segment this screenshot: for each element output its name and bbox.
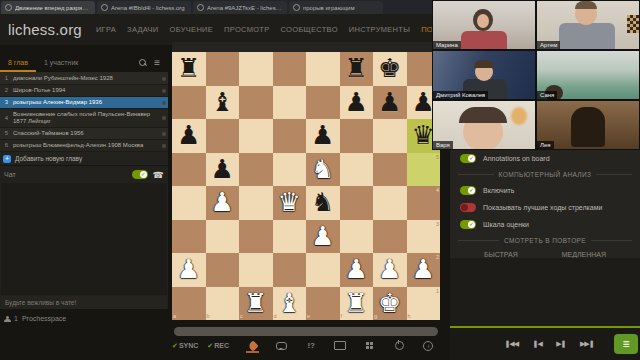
square-b1[interactable]: b: [206, 287, 240, 321]
square-b8[interactable]: [206, 52, 240, 86]
square-e8[interactable]: [306, 52, 340, 86]
square-d6[interactable]: [273, 119, 307, 153]
file-label: d: [274, 313, 277, 319]
square-h5[interactable]: 5: [407, 153, 441, 187]
white-king[interactable]: ♚: [373, 287, 407, 321]
chapter-status-icon: [160, 116, 168, 120]
chat-title: Чат: [4, 171, 127, 178]
square-b5[interactable]: ♟: [206, 153, 240, 187]
white-bishop[interactable]: ♝: [273, 287, 307, 321]
square-d8[interactable]: [273, 52, 307, 86]
participant-name: Марина: [433, 41, 461, 49]
nav-items: ИГРАЗАДАЧИОБУЧЕНИЕПРОСМОТРСООБЩЕСТВОИНСТ…: [96, 25, 421, 34]
video-tile-5[interactable]: Варя: [432, 100, 536, 150]
phone-icon[interactable]: ☎: [153, 170, 164, 180]
add-chapter-button[interactable]: + Добавить новую главу: [0, 152, 168, 165]
chat-toggle[interactable]: [132, 170, 148, 179]
white-pawn[interactable]: ♟: [172, 253, 206, 287]
comment-icon[interactable]: [267, 338, 296, 353]
white-queen[interactable]: ♛: [273, 186, 307, 220]
eval-gauge-toggle[interactable]: [460, 220, 476, 229]
square-d3[interactable]: [273, 220, 307, 254]
add-chapter-label: Добавить новую главу: [15, 155, 82, 162]
board-toolbar: ✔ SYNC ✔ REC !? i: [172, 338, 443, 353]
chapter-status-icon: [160, 89, 168, 93]
white-pawn[interactable]: ♟: [206, 186, 240, 220]
chapter-row-2[interactable]: 2Широв-Потье 1994: [0, 85, 168, 97]
black-pawn[interactable]: ♟: [340, 86, 374, 120]
square-h4[interactable]: 4: [407, 186, 441, 220]
analysis-move-list[interactable]: [450, 258, 640, 328]
square-f6[interactable]: [340, 119, 374, 153]
glyphs-icon[interactable]: !?: [297, 338, 326, 353]
board-grid-icon[interactable]: [355, 338, 384, 353]
square-d4[interactable]: ♛: [273, 186, 307, 220]
square-c2[interactable]: [239, 253, 273, 287]
share-icon[interactable]: [384, 338, 413, 353]
black-rook[interactable]: ♜: [340, 52, 374, 86]
square-f8[interactable]: ♜: [340, 52, 374, 86]
chapter-status-icon: [160, 132, 168, 136]
spectator-icon: [4, 316, 10, 322]
file-label: f: [341, 313, 343, 319]
chat-placeholder: Будьте вежливы в чате!: [1, 299, 76, 306]
square-c6[interactable]: [239, 119, 273, 153]
rank-label: 4: [436, 187, 439, 193]
chapter-status-icon: [160, 77, 168, 81]
chess-board: ♜♜♚8♝♟♟♟7♟♟♛6♟♞5♟♛♞4♟3♟♟♟♟2ab♜c♝de♜f♚gh1: [172, 52, 440, 320]
prev-move-button[interactable]: ❚◀: [533, 340, 542, 348]
spectator-count: 1: [14, 315, 18, 322]
move-list-bar[interactable]: [174, 327, 438, 336]
square-d7[interactable]: [273, 86, 307, 120]
chapter-row-6[interactable]: 6розыгрыш Блюменфельд-Алехин 1908 Москва: [0, 140, 168, 152]
square-g8[interactable]: ♚: [373, 52, 407, 86]
annotations-label: Annotations on board: [483, 155, 550, 162]
playback-buttons: ❚◀◀❚◀▶❚▶▶❚: [450, 340, 614, 348]
black-pawn[interactable]: ♟: [172, 119, 206, 153]
square-g1[interactable]: ♚g: [373, 287, 407, 321]
replay-fast-button[interactable]: БЫСТРАЯ: [484, 251, 518, 258]
square-g2[interactable]: ♟: [373, 253, 407, 287]
square-e7[interactable]: [306, 86, 340, 120]
video-tile-3[interactable]: Дмитрий Ковалев: [432, 50, 536, 100]
video-call-grid: МаринаАртемДмитрий КовалевСаняВаряЛея: [432, 0, 640, 150]
square-e5[interactable]: ♞: [306, 153, 340, 187]
chat-panel: Чат ☎ Будьте вежливы в чате!: [0, 166, 168, 309]
tab-chapters[interactable]: 8 глав: [0, 53, 36, 72]
chapter-list: 1диагонали Рубинштейн-Мизес 19282Широв-П…: [0, 73, 168, 152]
lichess-logo[interactable]: lichess.org: [8, 21, 82, 38]
square-b4[interactable]: ♟: [206, 186, 240, 220]
square-f5[interactable]: [340, 153, 374, 187]
square-a7[interactable]: [172, 86, 206, 120]
black-bishop[interactable]: ♝: [206, 86, 240, 120]
file-label: h: [408, 313, 411, 319]
browser-tab-3[interactable]: Arena #9AJZTsxE - lichess.org: [193, 1, 287, 14]
hamburger-menu-button[interactable]: ≡: [614, 334, 638, 354]
participant-name: Дмитрий Ковалев: [433, 91, 488, 99]
best-move-arrows-label: Показывать лучшие ходы стрелками: [483, 204, 602, 211]
square-a4[interactable]: [172, 186, 206, 220]
browser-tab-2[interactable]: Arena #IBbId4l - lichess.org: [97, 1, 191, 14]
square-d5[interactable]: [273, 153, 307, 187]
eval-gauge-label: Шкала оценки: [483, 221, 529, 228]
rank-label: 3: [436, 221, 439, 227]
chapter-status-icon: [160, 101, 168, 105]
square-f3[interactable]: [340, 220, 374, 254]
rank-label: 1: [436, 288, 439, 294]
black-pawn[interactable]: ♟: [306, 119, 340, 153]
square-a3[interactable]: [172, 220, 206, 254]
square-a1[interactable]: a: [172, 287, 206, 321]
video-tile-2[interactable]: Артем: [536, 0, 640, 50]
square-f7[interactable]: ♟: [340, 86, 374, 120]
rec-check-icon: ✔: [207, 342, 213, 350]
browser-tab-1[interactable]: Движение вперед разрядникам -...: [1, 1, 95, 14]
browser-tab-4[interactable]: прорыв играющим: [289, 1, 383, 14]
replay-slow-button[interactable]: МЕДЛЕННАЯ: [562, 251, 606, 258]
nav-item-5[interactable]: СООБЩЕСТВО: [281, 25, 338, 34]
square-b3[interactable]: [206, 220, 240, 254]
plus-icon: +: [3, 155, 11, 163]
square-b2[interactable]: [206, 253, 240, 287]
tab-favicon-icon: [5, 4, 12, 11]
enable-analysis-label: Включить: [483, 187, 514, 194]
spectators-row: 1 Prochesspace: [0, 315, 168, 322]
tag-icon[interactable]: [238, 338, 267, 353]
chat-messages: [1, 183, 167, 295]
square-f1[interactable]: ♜f: [340, 287, 374, 321]
file-label: g: [374, 313, 377, 319]
square-c3[interactable]: [239, 220, 273, 254]
video-tile-6[interactable]: Лея: [536, 100, 640, 150]
nav-item-1[interactable]: ИГРА: [96, 25, 116, 34]
white-pawn[interactable]: ♟: [306, 220, 340, 254]
square-g5[interactable]: [373, 153, 407, 187]
playback-bar: ❚◀◀❚◀▶❚▶▶❚ ≡: [450, 328, 640, 360]
square-c7[interactable]: [239, 86, 273, 120]
file-label: b: [207, 313, 210, 319]
last-move-button[interactable]: ▶▶❚: [580, 340, 594, 348]
rank-label: 2: [436, 254, 439, 260]
study-sidebar: 8 глав 1 участник ≡ 1диагонали Рубинштей…: [0, 53, 168, 322]
next-move-button[interactable]: ▶❚: [556, 340, 565, 348]
participant-name: Лея: [537, 141, 554, 149]
first-move-button[interactable]: ❚◀◀: [504, 340, 518, 348]
black-knight[interactable]: ♞: [306, 186, 340, 220]
info-icon[interactable]: i: [414, 338, 443, 353]
square-e2[interactable]: [306, 253, 340, 287]
file-label: e: [307, 313, 310, 319]
spectator-name[interactable]: Prochesspace: [22, 315, 66, 322]
square-a6[interactable]: ♟: [172, 119, 206, 153]
sync-button[interactable]: SYNC: [179, 342, 198, 349]
white-knight[interactable]: ♞: [306, 153, 340, 187]
nav-item-6[interactable]: ИНСТРУМЕНТЫ: [349, 25, 410, 34]
square-d2[interactable]: [273, 253, 307, 287]
square-a2[interactable]: ♟: [172, 253, 206, 287]
square-c8[interactable]: [239, 52, 273, 86]
tab-favicon-icon: [293, 4, 300, 11]
file-label: c: [240, 313, 243, 319]
square-g3[interactable]: [373, 220, 407, 254]
enable-analysis-toggle[interactable]: [460, 186, 476, 195]
sidebar-icons: ≡: [139, 58, 168, 68]
tab-favicon-icon: [101, 4, 108, 11]
annotations-toggle[interactable]: [460, 154, 476, 163]
square-b6[interactable]: [206, 119, 240, 153]
tab-members[interactable]: 1 участник: [36, 53, 86, 72]
chat-input[interactable]: Будьте вежливы в чате!: [1, 296, 167, 309]
video-tile-1[interactable]: Марина: [432, 0, 536, 50]
white-pawn[interactable]: ♟: [340, 253, 374, 287]
square-f2[interactable]: ♟: [340, 253, 374, 287]
black-rook[interactable]: ♜: [172, 52, 206, 86]
chapter-row-4[interactable]: 4Возникновение слабых полей Паульсен-Вин…: [0, 109, 168, 128]
square-e6[interactable]: ♟: [306, 119, 340, 153]
participant-name: Артем: [537, 41, 560, 49]
chapter-row-5[interactable]: 5Спасский-Тайманов 1956: [0, 128, 168, 140]
sidebar-tabs: 8 глав 1 участник ≡: [0, 53, 168, 73]
rank-label: 5: [436, 154, 439, 160]
chapter-status-icon: [160, 144, 168, 148]
square-c5[interactable]: [239, 153, 273, 187]
square-e3[interactable]: ♟: [306, 220, 340, 254]
chapter-row-3[interactable]: 3розыгрыш Алехин-Видмар 1936: [0, 97, 168, 109]
square-a5[interactable]: [172, 153, 206, 187]
participant-name: Варя: [433, 141, 453, 149]
participant-name: Саня: [537, 91, 557, 99]
rec-button[interactable]: REC: [214, 342, 229, 349]
white-pawn[interactable]: ♟: [373, 253, 407, 287]
square-g4[interactable]: [373, 186, 407, 220]
square-d1[interactable]: ♝d: [273, 287, 307, 321]
white-rook[interactable]: ♜: [340, 287, 374, 321]
file-label: a: [173, 313, 176, 319]
app-window: Движение вперед разрядникам -...Arena #I…: [0, 0, 640, 360]
square-c1[interactable]: ♜c: [239, 287, 273, 321]
black-king[interactable]: ♚: [373, 52, 407, 86]
tab-favicon-icon: [197, 4, 204, 11]
white-rook[interactable]: ♜: [239, 287, 273, 321]
square-g7[interactable]: ♟: [373, 86, 407, 120]
nav-item-2[interactable]: ЗАДАЧИ: [127, 25, 158, 34]
nav-item-4[interactable]: ПРОСМОТР: [224, 25, 269, 34]
square-h3[interactable]: 3: [407, 220, 441, 254]
gif-icon[interactable]: [326, 338, 355, 353]
square-f4[interactable]: [340, 186, 374, 220]
replay-header: СМОТРЕТЬ В ПОВТОРЕ: [450, 233, 640, 248]
square-e4[interactable]: ♞: [306, 186, 340, 220]
search-icon[interactable]: [139, 59, 146, 66]
square-g6[interactable]: [373, 119, 407, 153]
best-move-arrows-toggle[interactable]: [460, 203, 476, 212]
video-tile-4[interactable]: Саня: [536, 50, 640, 100]
sync-check-icon: ✔: [172, 342, 178, 350]
study-header-strip: [172, 42, 440, 52]
square-b7[interactable]: ♝: [206, 86, 240, 120]
square-c4[interactable]: [239, 186, 273, 220]
menu-icon[interactable]: ≡: [154, 58, 160, 68]
chapter-row-1[interactable]: 1диагонали Рубинштейн-Мизес 1928: [0, 73, 168, 85]
analysis-header: КОМПЬЮТЕРНЫЙ АНАЛИЗ: [450, 167, 640, 182]
black-pawn[interactable]: ♟: [206, 153, 240, 187]
square-h2[interactable]: ♟2: [407, 253, 441, 287]
square-a8[interactable]: ♜: [172, 52, 206, 86]
square-e1[interactable]: e: [306, 287, 340, 321]
black-pawn[interactable]: ♟: [373, 86, 407, 120]
square-h1[interactable]: h1: [407, 287, 441, 321]
nav-item-3[interactable]: ОБУЧЕНИЕ: [170, 25, 214, 34]
